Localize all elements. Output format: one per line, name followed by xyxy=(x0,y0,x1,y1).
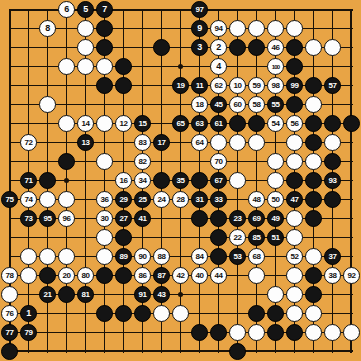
intersection-8-19[interactable] xyxy=(133,342,152,361)
intersection-1-11[interactable]: 75 xyxy=(0,190,19,209)
black-stone-move-13[interactable]: 13 xyxy=(77,134,94,151)
intersection-9-12[interactable] xyxy=(152,209,171,228)
black-stone-move-75[interactable]: 75 xyxy=(1,191,18,208)
black-stone[interactable] xyxy=(115,58,132,75)
intersection-18-19[interactable] xyxy=(323,342,342,361)
intersection-4-19[interactable] xyxy=(57,342,76,361)
intersection-4-5[interactable] xyxy=(57,76,76,95)
white-stone[interactable] xyxy=(248,134,265,151)
intersection-12-16[interactable] xyxy=(209,285,228,304)
intersection-1-4[interactable] xyxy=(0,57,19,76)
intersection-4-10[interactable] xyxy=(57,171,76,190)
white-stone-move-8[interactable]: 8 xyxy=(39,20,56,37)
black-stone[interactable] xyxy=(305,267,322,284)
intersection-7-2[interactable] xyxy=(114,19,133,38)
black-stone[interactable] xyxy=(39,172,56,189)
intersection-8-7[interactable]: 15 xyxy=(133,114,152,133)
white-stone[interactable] xyxy=(324,39,341,56)
intersection-13-12[interactable]: 23 xyxy=(228,209,247,228)
intersection-3-14[interactable] xyxy=(38,247,57,266)
white-stone-move-52[interactable]: 52 xyxy=(286,248,303,265)
intersection-6-9[interactable] xyxy=(95,152,114,171)
intersection-15-12[interactable]: 49 xyxy=(266,209,285,228)
intersection-3-9[interactable] xyxy=(38,152,57,171)
intersection-10-4[interactable] xyxy=(171,57,190,76)
intersection-9-17[interactable] xyxy=(152,304,171,323)
intersection-7-9[interactable] xyxy=(114,152,133,171)
black-stone[interactable] xyxy=(210,210,227,227)
intersection-15-6[interactable]: 55 xyxy=(266,95,285,114)
intersection-13-11[interactable] xyxy=(228,190,247,209)
white-stone-move-84[interactable]: 84 xyxy=(191,248,208,265)
intersection-11-15[interactable]: 40 xyxy=(190,266,209,285)
black-stone-move-67[interactable]: 67 xyxy=(210,172,227,189)
white-stone-move-92[interactable]: 92 xyxy=(343,267,360,284)
white-stone-move-42[interactable]: 42 xyxy=(172,267,189,284)
intersection-16-16[interactable] xyxy=(285,285,304,304)
intersection-11-8[interactable]: 64 xyxy=(190,133,209,152)
intersection-14-5[interactable]: 59 xyxy=(247,76,266,95)
intersection-3-3[interactable] xyxy=(38,38,57,57)
intersection-18-2[interactable] xyxy=(323,19,342,38)
black-stone-move-95[interactable]: 95 xyxy=(39,210,56,227)
white-stone-move-98[interactable]: 98 xyxy=(267,77,284,94)
intersection-9-15[interactable]: 87 xyxy=(152,266,171,285)
intersection-8-16[interactable]: 91 xyxy=(133,285,152,304)
intersection-10-16[interactable] xyxy=(171,285,190,304)
intersection-2-13[interactable] xyxy=(19,228,38,247)
intersection-18-17[interactable] xyxy=(323,304,342,323)
intersection-10-5[interactable]: 19 xyxy=(171,76,190,95)
intersection-1-1[interactable] xyxy=(0,0,19,19)
intersection-18-12[interactable] xyxy=(323,209,342,228)
black-stone-move-11[interactable]: 11 xyxy=(191,77,208,94)
intersection-4-7[interactable] xyxy=(57,114,76,133)
intersection-4-2[interactable] xyxy=(57,19,76,38)
intersection-7-11[interactable]: 29 xyxy=(114,190,133,209)
intersection-1-14[interactable] xyxy=(0,247,19,266)
intersection-12-10[interactable]: 67 xyxy=(209,171,228,190)
intersection-2-19[interactable] xyxy=(19,342,38,361)
intersection-6-12[interactable]: 30 xyxy=(95,209,114,228)
black-stone[interactable] xyxy=(286,172,303,189)
white-stone-move-28[interactable]: 28 xyxy=(172,191,189,208)
intersection-12-14[interactable] xyxy=(209,247,228,266)
intersection-6-2[interactable] xyxy=(95,19,114,38)
intersection-1-18[interactable]: 77 xyxy=(0,323,19,342)
black-stone-move-57[interactable]: 57 xyxy=(324,77,341,94)
intersection-15-18[interactable] xyxy=(266,323,285,342)
black-stone-move-69[interactable]: 69 xyxy=(248,210,265,227)
intersection-16-6[interactable] xyxy=(285,95,304,114)
black-stone[interactable] xyxy=(324,115,341,132)
intersection-17-8[interactable] xyxy=(304,133,323,152)
intersection-3-6[interactable] xyxy=(38,95,57,114)
intersection-17-16[interactable] xyxy=(304,285,323,304)
white-stone-move-68[interactable]: 68 xyxy=(248,248,265,265)
intersection-16-4[interactable] xyxy=(285,57,304,76)
intersection-13-10[interactable] xyxy=(228,171,247,190)
intersection-12-9[interactable]: 70 xyxy=(209,152,228,171)
intersection-15-1[interactable] xyxy=(266,0,285,19)
intersection-10-15[interactable]: 42 xyxy=(171,266,190,285)
intersection-11-17[interactable] xyxy=(190,304,209,323)
intersection-12-2[interactable]: 94 xyxy=(209,19,228,38)
black-stone[interactable] xyxy=(305,77,322,94)
black-stone-move-7[interactable]: 7 xyxy=(96,1,113,18)
white-stone-move-74[interactable]: 74 xyxy=(20,191,37,208)
intersection-7-7[interactable]: 12 xyxy=(114,114,133,133)
intersection-10-14[interactable] xyxy=(171,247,190,266)
black-stone[interactable] xyxy=(58,286,75,303)
white-stone[interactable] xyxy=(58,58,75,75)
intersection-7-10[interactable]: 16 xyxy=(114,171,133,190)
intersection-14-15[interactable] xyxy=(247,266,266,285)
intersection-3-13[interactable] xyxy=(38,228,57,247)
white-stone[interactable] xyxy=(96,115,113,132)
intersection-3-5[interactable] xyxy=(38,76,57,95)
intersection-6-1[interactable]: 7 xyxy=(95,0,114,19)
intersection-7-14[interactable]: 89 xyxy=(114,247,133,266)
white-stone[interactable] xyxy=(96,229,113,246)
white-stone[interactable] xyxy=(267,20,284,37)
black-stone[interactable] xyxy=(96,77,113,94)
black-stone[interactable] xyxy=(324,191,341,208)
intersection-16-9[interactable] xyxy=(285,152,304,171)
intersection-19-9[interactable] xyxy=(342,152,361,171)
intersection-16-1[interactable] xyxy=(285,0,304,19)
intersection-8-2[interactable] xyxy=(133,19,152,38)
intersection-2-10[interactable]: 71 xyxy=(19,171,38,190)
intersection-8-13[interactable] xyxy=(133,228,152,247)
intersection-19-15[interactable]: 92 xyxy=(342,266,361,285)
white-stone[interactable] xyxy=(77,20,94,37)
intersection-5-6[interactable] xyxy=(76,95,95,114)
intersection-14-16[interactable] xyxy=(247,285,266,304)
black-stone-move-27[interactable]: 27 xyxy=(115,210,132,227)
white-stone[interactable] xyxy=(286,229,303,246)
intersection-9-10[interactable] xyxy=(152,171,171,190)
white-stone[interactable] xyxy=(96,58,113,75)
intersection-14-7[interactable] xyxy=(247,114,266,133)
white-stone[interactable] xyxy=(286,286,303,303)
intersection-3-17[interactable] xyxy=(38,304,57,323)
intersection-12-17[interactable] xyxy=(209,304,228,323)
intersection-14-4[interactable] xyxy=(247,57,266,76)
intersection-14-3[interactable] xyxy=(247,38,266,57)
intersection-11-16[interactable] xyxy=(190,285,209,304)
intersection-3-10[interactable] xyxy=(38,171,57,190)
white-stone[interactable] xyxy=(77,39,94,56)
intersection-7-6[interactable] xyxy=(114,95,133,114)
white-stone-move-64[interactable]: 64 xyxy=(191,134,208,151)
white-stone-move-20[interactable]: 20 xyxy=(58,267,75,284)
intersection-6-11[interactable]: 36 xyxy=(95,190,114,209)
intersection-16-8[interactable] xyxy=(285,133,304,152)
intersection-4-11[interactable] xyxy=(57,190,76,209)
black-stone[interactable] xyxy=(267,305,284,322)
black-stone-move-21[interactable]: 21 xyxy=(39,286,56,303)
black-stone-move-9[interactable]: 9 xyxy=(191,20,208,37)
intersection-16-10[interactable] xyxy=(285,171,304,190)
intersection-6-5[interactable] xyxy=(95,76,114,95)
intersection-8-5[interactable] xyxy=(133,76,152,95)
intersection-1-15[interactable]: 78 xyxy=(0,266,19,285)
black-stone-move-31[interactable]: 31 xyxy=(191,191,208,208)
intersection-17-4[interactable] xyxy=(304,57,323,76)
white-stone[interactable] xyxy=(96,248,113,265)
intersection-15-16[interactable] xyxy=(266,285,285,304)
intersection-19-13[interactable] xyxy=(342,228,361,247)
intersection-4-13[interactable] xyxy=(57,228,76,247)
white-stone[interactable] xyxy=(286,305,303,322)
white-stone-move-54[interactable]: 54 xyxy=(267,115,284,132)
intersection-19-8[interactable] xyxy=(342,133,361,152)
black-stone-move-65[interactable]: 65 xyxy=(172,115,189,132)
intersection-7-8[interactable] xyxy=(114,133,133,152)
white-stone[interactable] xyxy=(324,324,341,341)
intersection-14-17[interactable] xyxy=(247,304,266,323)
intersection-5-16[interactable]: 81 xyxy=(76,285,95,304)
intersection-6-7[interactable] xyxy=(95,114,114,133)
intersection-2-17[interactable]: 1 xyxy=(19,304,38,323)
white-stone-move-80[interactable]: 80 xyxy=(77,267,94,284)
black-stone[interactable] xyxy=(153,39,170,56)
white-stone[interactable] xyxy=(20,248,37,265)
black-stone[interactable] xyxy=(229,115,246,132)
intersection-3-4[interactable] xyxy=(38,57,57,76)
black-stone-move-53[interactable]: 53 xyxy=(229,248,246,265)
intersection-6-13[interactable] xyxy=(95,228,114,247)
intersection-4-4[interactable] xyxy=(57,57,76,76)
intersection-15-11[interactable]: 50 xyxy=(266,190,285,209)
white-stone-move-90[interactable]: 90 xyxy=(134,248,151,265)
intersection-1-9[interactable] xyxy=(0,152,19,171)
intersection-19-17[interactable] xyxy=(342,304,361,323)
intersection-19-6[interactable] xyxy=(342,95,361,114)
intersection-8-6[interactable] xyxy=(133,95,152,114)
intersection-5-3[interactable] xyxy=(76,38,95,57)
white-stone-move-83[interactable]: 83 xyxy=(134,134,151,151)
intersection-5-5[interactable] xyxy=(76,76,95,95)
black-stone[interactable] xyxy=(248,305,265,322)
intersection-11-3[interactable]: 3 xyxy=(190,38,209,57)
white-stone-move-10[interactable]: 10 xyxy=(229,77,246,94)
white-stone[interactable] xyxy=(305,96,322,113)
white-stone[interactable] xyxy=(286,20,303,37)
black-stone-move-51[interactable]: 51 xyxy=(267,229,284,246)
intersection-8-11[interactable]: 25 xyxy=(133,190,152,209)
intersection-10-6[interactable] xyxy=(171,95,190,114)
intersection-3-16[interactable]: 21 xyxy=(38,285,57,304)
intersection-15-14[interactable] xyxy=(266,247,285,266)
intersection-6-6[interactable] xyxy=(95,95,114,114)
intersection-3-12[interactable]: 95 xyxy=(38,209,57,228)
intersection-11-9[interactable] xyxy=(190,152,209,171)
intersection-11-5[interactable]: 11 xyxy=(190,76,209,95)
intersection-15-15[interactable] xyxy=(266,266,285,285)
intersection-9-8[interactable]: 17 xyxy=(152,133,171,152)
intersection-12-19[interactable] xyxy=(209,342,228,361)
intersection-8-9[interactable]: 82 xyxy=(133,152,152,171)
white-stone[interactable] xyxy=(1,286,18,303)
intersection-1-3[interactable] xyxy=(0,38,19,57)
black-stone[interactable] xyxy=(191,324,208,341)
white-stone[interactable] xyxy=(39,248,56,265)
intersection-4-14[interactable] xyxy=(57,247,76,266)
white-stone-move-30[interactable]: 30 xyxy=(96,210,113,227)
intersection-18-1[interactable] xyxy=(323,0,342,19)
intersection-9-14[interactable]: 88 xyxy=(152,247,171,266)
intersection-10-10[interactable]: 35 xyxy=(171,171,190,190)
white-stone-move-4[interactable]: 4 xyxy=(210,58,227,75)
white-stone[interactable] xyxy=(20,267,37,284)
intersection-2-5[interactable] xyxy=(19,76,38,95)
black-stone-move-35[interactable]: 35 xyxy=(172,172,189,189)
intersection-13-8[interactable] xyxy=(228,133,247,152)
white-stone-move-82[interactable]: 82 xyxy=(134,153,151,170)
black-stone[interactable] xyxy=(286,324,303,341)
intersection-14-6[interactable]: 58 xyxy=(247,95,266,114)
intersection-16-2[interactable] xyxy=(285,19,304,38)
intersection-15-10[interactable] xyxy=(266,171,285,190)
intersection-18-16[interactable] xyxy=(323,285,342,304)
intersection-3-1[interactable] xyxy=(38,0,57,19)
intersection-11-7[interactable]: 63 xyxy=(190,114,209,133)
intersection-2-12[interactable]: 73 xyxy=(19,209,38,228)
intersection-3-18[interactable] xyxy=(38,323,57,342)
black-stone-move-97[interactable]: 97 xyxy=(191,1,208,18)
white-stone-move-44[interactable]: 44 xyxy=(210,267,227,284)
white-stone[interactable] xyxy=(305,39,322,56)
intersection-14-1[interactable] xyxy=(247,0,266,19)
intersection-16-18[interactable] xyxy=(285,323,304,342)
intersection-1-10[interactable] xyxy=(0,171,19,190)
intersection-11-11[interactable]: 31 xyxy=(190,190,209,209)
intersection-14-2[interactable] xyxy=(247,19,266,38)
white-stone[interactable] xyxy=(96,153,113,170)
intersection-18-5[interactable]: 57 xyxy=(323,76,342,95)
white-stone-move-70[interactable]: 70 xyxy=(210,153,227,170)
intersection-12-4[interactable]: 4 xyxy=(209,57,228,76)
intersection-10-8[interactable] xyxy=(171,133,190,152)
black-stone[interactable] xyxy=(96,20,113,37)
intersection-12-5[interactable]: 62 xyxy=(209,76,228,95)
intersection-17-12[interactable] xyxy=(304,209,323,228)
intersection-15-13[interactable]: 51 xyxy=(266,228,285,247)
intersection-2-11[interactable]: 74 xyxy=(19,190,38,209)
intersection-5-17[interactable] xyxy=(76,304,95,323)
white-stone-move-34[interactable]: 34 xyxy=(134,172,151,189)
intersection-14-11[interactable]: 48 xyxy=(247,190,266,209)
intersection-12-8[interactable] xyxy=(209,133,228,152)
black-stone-move-1[interactable]: 1 xyxy=(20,305,37,322)
intersection-10-1[interactable] xyxy=(171,0,190,19)
intersection-5-18[interactable] xyxy=(76,323,95,342)
intersection-19-14[interactable] xyxy=(342,247,361,266)
black-stone-move-5[interactable]: 5 xyxy=(77,1,94,18)
intersection-11-6[interactable]: 18 xyxy=(190,95,209,114)
white-stone-move-88[interactable]: 88 xyxy=(153,248,170,265)
intersection-16-5[interactable]: 99 xyxy=(285,76,304,95)
black-stone-move-93[interactable]: 93 xyxy=(324,172,341,189)
intersection-13-15[interactable] xyxy=(228,266,247,285)
intersection-6-18[interactable] xyxy=(95,323,114,342)
intersection-2-16[interactable] xyxy=(19,285,38,304)
black-stone[interactable] xyxy=(210,229,227,246)
white-stone[interactable] xyxy=(58,115,75,132)
intersection-17-17[interactable] xyxy=(304,304,323,323)
intersection-9-6[interactable] xyxy=(152,95,171,114)
intersection-13-9[interactable] xyxy=(228,152,247,171)
intersection-7-18[interactable] xyxy=(114,323,133,342)
intersection-12-18[interactable] xyxy=(209,323,228,342)
white-stone-move-2[interactable]: 2 xyxy=(210,39,227,56)
intersection-11-18[interactable] xyxy=(190,323,209,342)
intersection-9-4[interactable] xyxy=(152,57,171,76)
black-stone[interactable] xyxy=(58,153,75,170)
white-stone-move-22[interactable]: 22 xyxy=(229,229,246,246)
intersection-9-5[interactable] xyxy=(152,76,171,95)
black-stone[interactable] xyxy=(305,191,322,208)
intersection-9-19[interactable] xyxy=(152,342,171,361)
intersection-1-5[interactable] xyxy=(0,76,19,95)
intersection-12-12[interactable] xyxy=(209,209,228,228)
black-stone-move-29[interactable]: 29 xyxy=(115,191,132,208)
intersection-4-16[interactable] xyxy=(57,285,76,304)
black-stone[interactable] xyxy=(305,134,322,151)
intersection-9-16[interactable]: 43 xyxy=(152,285,171,304)
intersection-18-14[interactable]: 37 xyxy=(323,247,342,266)
black-stone-move-17[interactable]: 17 xyxy=(153,134,170,151)
intersection-7-3[interactable] xyxy=(114,38,133,57)
intersection-1-7[interactable] xyxy=(0,114,19,133)
white-stone-move-76[interactable]: 76 xyxy=(1,305,18,322)
black-stone-move-33[interactable]: 33 xyxy=(210,191,227,208)
intersection-18-8[interactable] xyxy=(323,133,342,152)
intersection-4-9[interactable] xyxy=(57,152,76,171)
intersection-2-15[interactable] xyxy=(19,266,38,285)
white-stone[interactable] xyxy=(286,134,303,151)
white-stone-move-56[interactable]: 56 xyxy=(286,115,303,132)
intersection-10-18[interactable] xyxy=(171,323,190,342)
intersection-13-3[interactable] xyxy=(228,38,247,57)
white-stone-move-36[interactable]: 36 xyxy=(96,191,113,208)
black-stone[interactable] xyxy=(96,305,113,322)
intersection-17-7[interactable] xyxy=(304,114,323,133)
black-stone[interactable] xyxy=(1,343,18,360)
intersection-16-14[interactable]: 52 xyxy=(285,247,304,266)
intersection-17-2[interactable] xyxy=(304,19,323,38)
white-stone-move-24[interactable]: 24 xyxy=(153,191,170,208)
intersection-2-1[interactable] xyxy=(19,0,38,19)
intersection-19-12[interactable] xyxy=(342,209,361,228)
intersection-12-3[interactable]: 2 xyxy=(209,38,228,57)
intersection-1-8[interactable] xyxy=(0,133,19,152)
intersection-11-14[interactable]: 84 xyxy=(190,247,209,266)
intersection-19-19[interactable] xyxy=(342,342,361,361)
intersection-7-1[interactable] xyxy=(114,0,133,19)
intersection-1-6[interactable] xyxy=(0,95,19,114)
white-stone-move-62[interactable]: 62 xyxy=(210,77,227,94)
white-stone[interactable] xyxy=(229,134,246,151)
black-stone[interactable] xyxy=(305,210,322,227)
black-stone-move-15[interactable]: 15 xyxy=(134,115,151,132)
intersection-8-14[interactable]: 90 xyxy=(133,247,152,266)
intersection-1-2[interactable] xyxy=(0,19,19,38)
intersection-13-5[interactable]: 10 xyxy=(228,76,247,95)
intersection-5-10[interactable] xyxy=(76,171,95,190)
